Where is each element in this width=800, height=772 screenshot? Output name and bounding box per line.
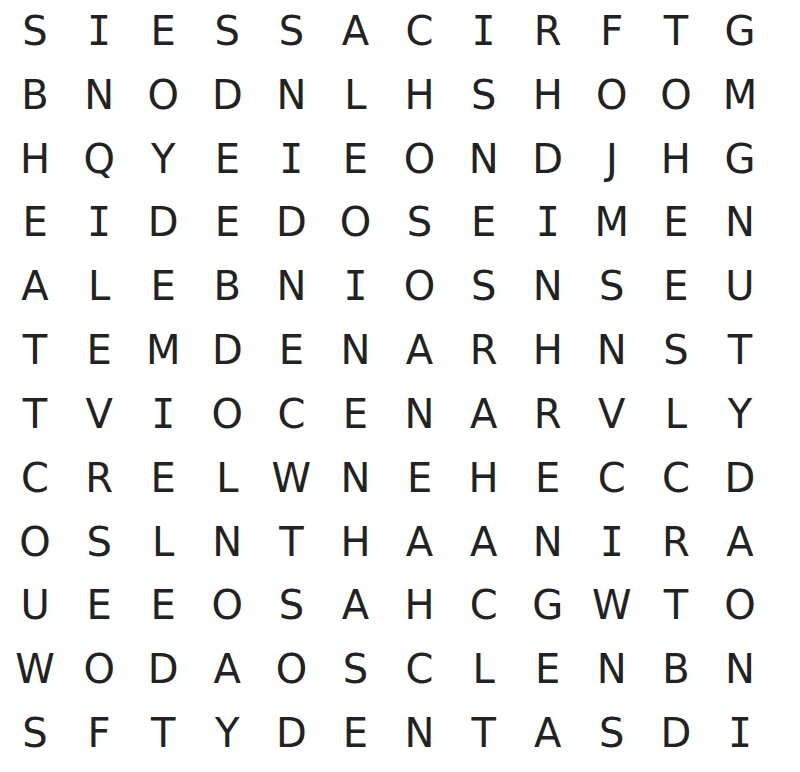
- grid-cell[interactable]: D: [259, 190, 323, 254]
- grid-cell[interactable]: W: [580, 573, 644, 637]
- grid-cell[interactable]: N: [452, 127, 516, 191]
- grid-cell[interactable]: R: [516, 0, 580, 63]
- grid-cell[interactable]: H: [323, 510, 387, 574]
- grid-cell[interactable]: T: [3, 382, 67, 446]
- grid-cell[interactable]: O: [388, 127, 452, 191]
- grid-cell[interactable]: E: [644, 254, 708, 318]
- grid-cell[interactable]: I: [708, 701, 772, 765]
- grid-cell[interactable]: H: [388, 63, 452, 127]
- grid-cell[interactable]: D: [195, 318, 259, 382]
- grid-cell[interactable]: D: [195, 63, 259, 127]
- grid-cell[interactable]: N: [259, 63, 323, 127]
- grid-cell[interactable]: A: [323, 573, 387, 637]
- grid-cell[interactable]: S: [580, 701, 644, 765]
- grid-cell[interactable]: E: [131, 446, 195, 510]
- grid-cell[interactable]: S: [452, 63, 516, 127]
- grid-cell[interactable]: E: [516, 637, 580, 701]
- grid-cell[interactable]: E: [67, 573, 131, 637]
- grid-cell[interactable]: N: [388, 382, 452, 446]
- grid-cell[interactable]: Y: [708, 382, 772, 446]
- grid-cell[interactable]: H: [3, 127, 67, 191]
- grid-cell[interactable]: V: [580, 382, 644, 446]
- grid-cell[interactable]: S: [3, 701, 67, 765]
- grid-cell[interactable]: E: [195, 190, 259, 254]
- grid-cell[interactable]: N: [580, 637, 644, 701]
- grid-cell[interactable]: E: [323, 127, 387, 191]
- grid-cell[interactable]: C: [644, 446, 708, 510]
- grid-cell[interactable]: M: [708, 63, 772, 127]
- grid-cell[interactable]: H: [516, 318, 580, 382]
- grid-cell[interactable]: B: [195, 254, 259, 318]
- grid-cell[interactable]: H: [644, 127, 708, 191]
- grid-cell[interactable]: G: [708, 0, 772, 63]
- grid-cell[interactable]: Q: [67, 127, 131, 191]
- grid-cell[interactable]: S: [388, 190, 452, 254]
- grid-cell[interactable]: A: [3, 254, 67, 318]
- grid-cell[interactable]: D: [644, 701, 708, 765]
- grid-cell[interactable]: S: [580, 254, 644, 318]
- grid-cell[interactable]: C: [3, 446, 67, 510]
- grid-cell[interactable]: L: [452, 637, 516, 701]
- grid-cell[interactable]: E: [388, 446, 452, 510]
- grid-cell[interactable]: I: [67, 190, 131, 254]
- grid-cell[interactable]: E: [644, 190, 708, 254]
- grid-cell[interactable]: N: [580, 318, 644, 382]
- grid-cell[interactable]: Y: [131, 127, 195, 191]
- grid-cell[interactable]: N: [516, 510, 580, 574]
- grid-cell[interactable]: L: [644, 382, 708, 446]
- grid-cell[interactable]: O: [259, 637, 323, 701]
- grid-cell[interactable]: O: [3, 510, 67, 574]
- grid-cell[interactable]: B: [3, 63, 67, 127]
- grid-cell[interactable]: A: [323, 0, 387, 63]
- grid-cell[interactable]: E: [323, 701, 387, 765]
- grid-cell[interactable]: I: [452, 0, 516, 63]
- grid-cell[interactable]: C: [259, 382, 323, 446]
- grid-cell[interactable]: A: [195, 637, 259, 701]
- grid-cell[interactable]: L: [131, 510, 195, 574]
- grid-cell[interactable]: N: [516, 254, 580, 318]
- grid-cell[interactable]: M: [131, 318, 195, 382]
- grid-cell[interactable]: S: [644, 318, 708, 382]
- grid-cell[interactable]: S: [452, 254, 516, 318]
- grid-cell[interactable]: O: [580, 63, 644, 127]
- grid-cell[interactable]: E: [259, 318, 323, 382]
- grid-cell[interactable]: R: [516, 382, 580, 446]
- grid-cell[interactable]: O: [131, 63, 195, 127]
- grid-cell[interactable]: D: [708, 446, 772, 510]
- grid-cell[interactable]: C: [388, 637, 452, 701]
- grid-cell[interactable]: M: [580, 190, 644, 254]
- grid-cell[interactable]: A: [388, 318, 452, 382]
- grid-cell[interactable]: N: [323, 446, 387, 510]
- grid-cell[interactable]: D: [259, 701, 323, 765]
- grid-cell[interactable]: T: [3, 318, 67, 382]
- grid-cell[interactable]: N: [323, 318, 387, 382]
- grid-cell[interactable]: C: [580, 446, 644, 510]
- grid-cell[interactable]: G: [708, 127, 772, 191]
- grid-cell[interactable]: O: [195, 382, 259, 446]
- grid-cell[interactable]: S: [259, 573, 323, 637]
- grid-cell[interactable]: H: [452, 446, 516, 510]
- grid-cell[interactable]: I: [580, 510, 644, 574]
- grid-cell[interactable]: R: [644, 510, 708, 574]
- grid-cell[interactable]: U: [708, 254, 772, 318]
- grid-cell[interactable]: E: [3, 190, 67, 254]
- grid-cell[interactable]: E: [131, 254, 195, 318]
- word-search-page: SIESSACIRFTGBNODNLHSHOOMHQYEIEONDJHGEIDE…: [0, 0, 800, 772]
- grid-cell[interactable]: N: [259, 254, 323, 318]
- grid-cell[interactable]: N: [388, 701, 452, 765]
- grid-cell[interactable]: S: [195, 0, 259, 63]
- grid-cell[interactable]: O: [388, 254, 452, 318]
- grid-cell[interactable]: N: [67, 63, 131, 127]
- grid-cell[interactable]: E: [516, 446, 580, 510]
- grid-cell[interactable]: E: [131, 0, 195, 63]
- grid-cell[interactable]: S: [259, 0, 323, 63]
- word-search-board: SIESSACIRFTGBNODNLHSHOOMHQYEIEONDJHGEIDE…: [3, 0, 772, 765]
- grid-cell[interactable]: I: [259, 127, 323, 191]
- grid-cell[interactable]: V: [67, 382, 131, 446]
- grid-cell[interactable]: S: [323, 637, 387, 701]
- grid-cell[interactable]: I: [131, 382, 195, 446]
- grid-cell[interactable]: A: [452, 510, 516, 574]
- grid-cell[interactable]: D: [131, 637, 195, 701]
- grid-cell[interactable]: U: [3, 573, 67, 637]
- grid-cell[interactable]: T: [452, 701, 516, 765]
- grid-cell[interactable]: E: [67, 318, 131, 382]
- grid-cell[interactable]: O: [708, 573, 772, 637]
- grid-cell[interactable]: O: [67, 637, 131, 701]
- grid-cell[interactable]: O: [195, 573, 259, 637]
- grid-cell[interactable]: A: [516, 701, 580, 765]
- grid-cell[interactable]: J: [580, 127, 644, 191]
- grid-cell[interactable]: L: [323, 63, 387, 127]
- grid-cell[interactable]: T: [708, 318, 772, 382]
- grid-cell[interactable]: E: [131, 573, 195, 637]
- grid-cell[interactable]: H: [516, 63, 580, 127]
- grid-cell[interactable]: B: [644, 637, 708, 701]
- grid-cell[interactable]: N: [708, 190, 772, 254]
- grid-cell[interactable]: A: [452, 382, 516, 446]
- grid-cell[interactable]: S: [67, 510, 131, 574]
- grid-cell[interactable]: W: [3, 637, 67, 701]
- grid-cell[interactable]: Y: [195, 701, 259, 765]
- grid-cell[interactable]: N: [195, 510, 259, 574]
- grid-cell[interactable]: C: [452, 573, 516, 637]
- grid-cell[interactable]: I: [516, 190, 580, 254]
- grid-cell[interactable]: R: [452, 318, 516, 382]
- grid-cell[interactable]: W: [259, 446, 323, 510]
- grid-cell[interactable]: G: [516, 573, 580, 637]
- grid-cell[interactable]: D: [131, 190, 195, 254]
- grid-cell[interactable]: I: [323, 254, 387, 318]
- grid-cell[interactable]: N: [708, 637, 772, 701]
- grid-cell[interactable]: L: [195, 446, 259, 510]
- grid-cell[interactable]: I: [67, 0, 131, 63]
- grid-cell[interactable]: A: [708, 510, 772, 574]
- grid-cell[interactable]: O: [323, 190, 387, 254]
- grid-cell[interactable]: S: [3, 0, 67, 63]
- grid-cell[interactable]: F: [580, 0, 644, 63]
- grid-cell[interactable]: L: [67, 254, 131, 318]
- grid-cell[interactable]: F: [67, 701, 131, 765]
- grid-cell[interactable]: T: [259, 510, 323, 574]
- grid-cell[interactable]: C: [388, 0, 452, 63]
- grid-cell[interactable]: O: [644, 63, 708, 127]
- grid-cell[interactable]: T: [644, 0, 708, 63]
- grid-cell[interactable]: E: [323, 382, 387, 446]
- grid-cell[interactable]: A: [388, 510, 452, 574]
- grid-cell[interactable]: E: [195, 127, 259, 191]
- grid-cell[interactable]: T: [131, 701, 195, 765]
- grid-cell[interactable]: T: [644, 573, 708, 637]
- grid-cell[interactable]: R: [67, 446, 131, 510]
- grid-cell[interactable]: D: [516, 127, 580, 191]
- grid-cell[interactable]: E: [452, 190, 516, 254]
- grid-cell[interactable]: H: [388, 573, 452, 637]
